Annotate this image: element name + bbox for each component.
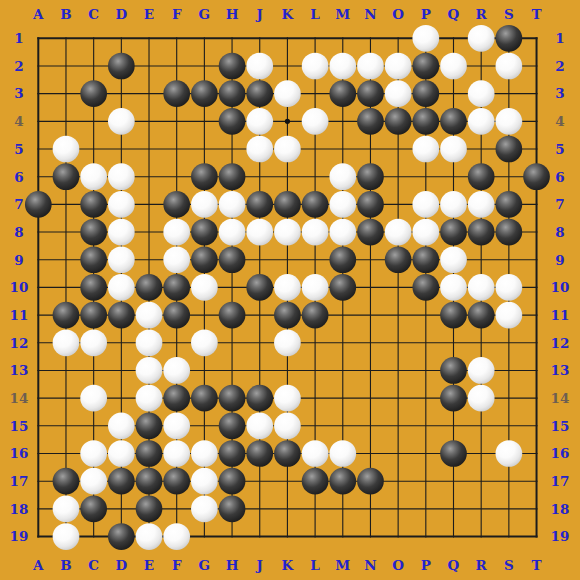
black-stone-P10[interactable] (412, 274, 439, 301)
white-stone-K8[interactable] (274, 219, 301, 246)
row-label-right-14: 14 (551, 390, 570, 406)
white-stone-D10[interactable] (108, 274, 135, 301)
white-stone-J15[interactable] (246, 412, 273, 439)
white-stone-O8[interactable] (385, 219, 412, 246)
black-stone-C7[interactable] (80, 191, 107, 218)
col-label-bottom-P: P (421, 557, 431, 573)
white-stone-H8[interactable] (219, 219, 246, 246)
black-stone-K7[interactable] (274, 191, 301, 218)
row-label-left-14: 14 (10, 390, 29, 406)
black-stone-F14[interactable] (163, 385, 190, 412)
black-stone-J14[interactable] (246, 385, 273, 412)
white-stone-G12[interactable] (191, 329, 218, 356)
white-stone-E19[interactable] (136, 523, 163, 550)
white-stone-L16[interactable] (302, 440, 329, 467)
col-label-top-S: S (504, 6, 514, 22)
row-label-right-5: 5 (555, 141, 564, 157)
col-label-top-M: M (335, 6, 350, 22)
black-stone-D11[interactable] (108, 302, 135, 329)
black-stone-B17[interactable] (53, 468, 80, 495)
white-stone-B12[interactable] (53, 329, 80, 356)
black-stone-D17[interactable] (108, 468, 135, 495)
col-label-bottom-K: K (282, 557, 295, 573)
col-label-top-J: J (256, 6, 263, 22)
black-stone-G9[interactable] (191, 246, 218, 273)
black-stone-G14[interactable] (191, 385, 218, 412)
row-label-left-4: 4 (14, 113, 23, 129)
col-label-bottom-J: J (256, 557, 263, 573)
black-stone-H17[interactable] (219, 468, 246, 495)
black-stone-J10[interactable] (246, 274, 273, 301)
black-stone-L17[interactable] (302, 468, 329, 495)
white-stone-D16[interactable] (108, 440, 135, 467)
row-label-right-18: 18 (551, 501, 570, 517)
white-stone-C16[interactable] (80, 440, 107, 467)
row-label-right-11: 11 (551, 307, 570, 323)
black-stone-H2[interactable] (219, 53, 246, 80)
row-label-right-4: 4 (555, 113, 564, 129)
black-stone-N4[interactable] (357, 108, 384, 135)
black-stone-H15[interactable] (219, 412, 246, 439)
black-stone-S1[interactable] (496, 25, 523, 52)
black-stone-H11[interactable] (219, 302, 246, 329)
black-stone-E17[interactable] (136, 468, 163, 495)
white-stone-K12[interactable] (274, 329, 301, 356)
white-stone-Q10[interactable] (440, 274, 467, 301)
col-label-top-C: C (88, 6, 99, 22)
white-stone-R7[interactable] (468, 191, 495, 218)
white-stone-C17[interactable] (80, 468, 107, 495)
black-stone-S7[interactable] (496, 191, 523, 218)
white-stone-R4[interactable] (468, 108, 495, 135)
white-stone-L10[interactable] (302, 274, 329, 301)
white-stone-P1[interactable] (412, 25, 439, 52)
white-stone-F16[interactable] (163, 440, 190, 467)
black-stone-N7[interactable] (357, 191, 384, 218)
black-stone-Q8[interactable] (440, 219, 467, 246)
white-stone-S4[interactable] (496, 108, 523, 135)
white-stone-J5[interactable] (246, 136, 273, 163)
black-stone-K11[interactable] (274, 302, 301, 329)
white-stone-Q7[interactable] (440, 191, 467, 218)
row-label-left-18: 18 (10, 501, 29, 517)
row-label-right-10: 10 (551, 279, 570, 295)
white-stone-L8[interactable] (302, 219, 329, 246)
white-stone-S10[interactable] (496, 274, 523, 301)
col-label-top-B: B (60, 6, 71, 22)
white-stone-Q9[interactable] (440, 246, 467, 273)
black-stone-S8[interactable] (496, 219, 523, 246)
white-stone-R3[interactable] (468, 80, 495, 107)
black-stone-J7[interactable] (246, 191, 273, 218)
black-stone-Q14[interactable] (440, 385, 467, 412)
col-label-top-E: E (144, 6, 154, 22)
white-stone-S16[interactable] (496, 440, 523, 467)
row-label-right-12: 12 (551, 335, 570, 351)
black-stone-C3[interactable] (80, 80, 107, 107)
black-stone-L7[interactable] (302, 191, 329, 218)
black-stone-G8[interactable] (191, 219, 218, 246)
white-stone-K5[interactable] (274, 136, 301, 163)
white-stone-B18[interactable] (53, 496, 80, 523)
white-stone-E11[interactable] (136, 302, 163, 329)
white-stone-C14[interactable] (80, 385, 107, 412)
black-stone-Q4[interactable] (440, 108, 467, 135)
black-stone-Q13[interactable] (440, 357, 467, 384)
col-label-top-P: P (421, 6, 431, 22)
white-stone-G10[interactable] (191, 274, 218, 301)
white-stone-L4[interactable] (302, 108, 329, 135)
row-label-left-2: 2 (14, 58, 23, 74)
white-stone-F8[interactable] (163, 219, 190, 246)
black-stone-M3[interactable] (329, 80, 356, 107)
white-stone-B5[interactable] (53, 136, 80, 163)
black-stone-J16[interactable] (246, 440, 273, 467)
row-label-right-8: 8 (555, 224, 564, 240)
white-stone-M16[interactable] (329, 440, 356, 467)
white-stone-M2[interactable] (329, 53, 356, 80)
white-stone-C12[interactable] (80, 329, 107, 356)
row-label-left-10: 10 (10, 279, 29, 295)
col-label-bottom-Q: Q (448, 557, 460, 573)
col-label-top-L: L (310, 6, 320, 22)
black-stone-E18[interactable] (136, 496, 163, 523)
white-stone-S11[interactable] (496, 302, 523, 329)
black-stone-K16[interactable] (274, 440, 301, 467)
col-label-top-T: T (532, 6, 542, 22)
row-label-left-6: 6 (14, 169, 23, 185)
star-point-K4 (285, 119, 290, 124)
black-stone-H4[interactable] (219, 108, 246, 135)
black-stone-P3[interactable] (412, 80, 439, 107)
col-label-bottom-S: S (504, 557, 514, 573)
white-stone-D6[interactable] (108, 163, 135, 190)
white-stone-K10[interactable] (274, 274, 301, 301)
white-stone-F15[interactable] (163, 412, 190, 439)
black-stone-O4[interactable] (385, 108, 412, 135)
row-label-right-16: 16 (551, 445, 570, 461)
row-label-left-16: 16 (10, 445, 29, 461)
black-stone-T6[interactable] (523, 163, 550, 190)
black-stone-Q11[interactable] (440, 302, 467, 329)
black-stone-P4[interactable] (412, 108, 439, 135)
black-stone-H14[interactable] (219, 385, 246, 412)
black-stone-F10[interactable] (163, 274, 190, 301)
white-stone-P8[interactable] (412, 219, 439, 246)
black-stone-N8[interactable] (357, 219, 384, 246)
white-stone-M7[interactable] (329, 191, 356, 218)
white-stone-D15[interactable] (108, 412, 135, 439)
col-label-top-R: R (476, 6, 488, 22)
black-stone-M9[interactable] (329, 246, 356, 273)
col-label-bottom-D: D (115, 557, 127, 573)
black-stone-B11[interactable] (53, 302, 80, 329)
white-stone-K15[interactable] (274, 412, 301, 439)
white-stone-L2[interactable] (302, 53, 329, 80)
white-stone-B19[interactable] (53, 523, 80, 550)
col-label-bottom-T: T (532, 557, 542, 573)
white-stone-R10[interactable] (468, 274, 495, 301)
white-stone-F13[interactable] (163, 357, 190, 384)
col-label-bottom-O: O (392, 557, 404, 573)
black-stone-C9[interactable] (80, 246, 107, 273)
col-label-bottom-F: F (172, 557, 182, 573)
col-label-top-N: N (364, 6, 376, 22)
black-stone-H9[interactable] (219, 246, 246, 273)
black-stone-C11[interactable] (80, 302, 107, 329)
row-label-right-9: 9 (555, 252, 564, 268)
black-stone-D2[interactable] (108, 53, 135, 80)
black-stone-H6[interactable] (219, 163, 246, 190)
col-label-bottom-H: H (226, 557, 239, 573)
white-stone-K14[interactable] (274, 385, 301, 412)
col-label-bottom-R: R (476, 557, 488, 573)
row-label-right-13: 13 (551, 362, 570, 378)
row-label-left-13: 13 (10, 362, 29, 378)
col-label-top-D: D (115, 6, 127, 22)
black-stone-N6[interactable] (357, 163, 384, 190)
col-label-bottom-E: E (144, 557, 154, 573)
white-stone-H7[interactable] (219, 191, 246, 218)
black-stone-G3[interactable] (191, 80, 218, 107)
white-stone-F9[interactable] (163, 246, 190, 273)
col-label-top-H: H (226, 6, 239, 22)
black-stone-Q16[interactable] (440, 440, 467, 467)
black-stone-C10[interactable] (80, 274, 107, 301)
row-label-right-7: 7 (555, 196, 564, 212)
col-label-top-F: F (172, 6, 182, 22)
col-label-top-G: G (199, 6, 211, 22)
row-label-left-1: 1 (14, 30, 23, 46)
black-stone-N17[interactable] (357, 468, 384, 495)
col-label-bottom-B: B (60, 557, 71, 573)
black-stone-R11[interactable] (468, 302, 495, 329)
white-stone-R14[interactable] (468, 385, 495, 412)
white-stone-N2[interactable] (357, 53, 384, 80)
white-stone-R1[interactable] (468, 25, 495, 52)
black-stone-G6[interactable] (191, 163, 218, 190)
row-label-right-3: 3 (555, 85, 564, 101)
black-stone-J3[interactable] (246, 80, 273, 107)
black-stone-P9[interactable] (412, 246, 439, 273)
black-stone-A7[interactable] (25, 191, 52, 218)
white-stone-D4[interactable] (108, 108, 135, 135)
white-stone-O2[interactable] (385, 53, 412, 80)
white-stone-P7[interactable] (412, 191, 439, 218)
black-stone-S5[interactable] (496, 136, 523, 163)
black-stone-E15[interactable] (136, 412, 163, 439)
col-label-top-Q: Q (448, 6, 460, 22)
black-stone-O9[interactable] (385, 246, 412, 273)
black-stone-R8[interactable] (468, 219, 495, 246)
row-label-right-1: 1 (555, 30, 564, 46)
row-label-left-7: 7 (14, 196, 23, 212)
col-label-bottom-C: C (88, 557, 99, 573)
white-stone-J4[interactable] (246, 108, 273, 135)
black-stone-L11[interactable] (302, 302, 329, 329)
black-stone-D19[interactable] (108, 523, 135, 550)
row-label-left-15: 15 (10, 418, 29, 434)
white-stone-Q5[interactable] (440, 136, 467, 163)
col-label-bottom-A: A (32, 557, 44, 573)
row-label-left-19: 19 (10, 528, 29, 544)
col-label-top-K: K (282, 6, 295, 22)
black-stone-F11[interactable] (163, 302, 190, 329)
row-label-left-12: 12 (10, 335, 29, 351)
black-stone-M10[interactable] (329, 274, 356, 301)
black-stone-C8[interactable] (80, 219, 107, 246)
white-stone-R13[interactable] (468, 357, 495, 384)
black-stone-H18[interactable] (219, 496, 246, 523)
row-label-right-6: 6 (555, 169, 564, 185)
white-stone-P5[interactable] (412, 136, 439, 163)
col-label-bottom-G: G (199, 557, 211, 573)
row-label-right-15: 15 (551, 418, 570, 434)
go-board[interactable]: AABBCCDDEEFFGGHHJJKKLLMMNNOOPPQQRRSSTT11… (0, 0, 580, 580)
black-stone-E16[interactable] (136, 440, 163, 467)
white-stone-D7[interactable] (108, 191, 135, 218)
row-label-right-17: 17 (551, 473, 570, 489)
go-board-app: AABBCCDDEEFFGGHHJJKKLLMMNNOOPPQQRRSSTT11… (0, 0, 580, 580)
white-stone-S2[interactable] (496, 53, 523, 80)
row-label-left-9: 9 (14, 252, 23, 268)
black-stone-P2[interactable] (412, 53, 439, 80)
row-label-left-3: 3 (14, 85, 23, 101)
black-stone-F17[interactable] (163, 468, 190, 495)
col-label-bottom-N: N (364, 557, 376, 573)
black-stone-R6[interactable] (468, 163, 495, 190)
black-stone-H3[interactable] (219, 80, 246, 107)
white-stone-D8[interactable] (108, 219, 135, 246)
white-stone-J2[interactable] (246, 53, 273, 80)
black-stone-F3[interactable] (163, 80, 190, 107)
black-stone-M17[interactable] (329, 468, 356, 495)
white-stone-G18[interactable] (191, 496, 218, 523)
white-stone-G16[interactable] (191, 440, 218, 467)
row-label-left-5: 5 (14, 141, 23, 157)
row-label-left-8: 8 (14, 224, 23, 240)
white-stone-E13[interactable] (136, 357, 163, 384)
row-label-right-2: 2 (555, 58, 564, 74)
white-stone-E12[interactable] (136, 329, 163, 356)
black-stone-B6[interactable] (53, 163, 80, 190)
black-stone-C18[interactable] (80, 496, 107, 523)
white-stone-K3[interactable] (274, 80, 301, 107)
col-label-bottom-L: L (310, 557, 320, 573)
white-stone-C6[interactable] (80, 163, 107, 190)
white-stone-G7[interactable] (191, 191, 218, 218)
row-label-left-17: 17 (10, 473, 29, 489)
white-stone-E14[interactable] (136, 385, 163, 412)
black-stone-F7[interactable] (163, 191, 190, 218)
row-label-left-11: 11 (10, 307, 29, 323)
white-stone-O3[interactable] (385, 80, 412, 107)
black-stone-H16[interactable] (219, 440, 246, 467)
white-stone-M8[interactable] (329, 219, 356, 246)
white-stone-J8[interactable] (246, 219, 273, 246)
white-stone-M6[interactable] (329, 163, 356, 190)
white-stone-Q2[interactable] (440, 53, 467, 80)
white-stone-D9[interactable] (108, 246, 135, 273)
col-label-top-A: A (32, 6, 44, 22)
white-stone-F19[interactable] (163, 523, 190, 550)
black-stone-E10[interactable] (136, 274, 163, 301)
col-label-top-O: O (392, 6, 404, 22)
col-label-bottom-M: M (335, 557, 350, 573)
white-stone-G17[interactable] (191, 468, 218, 495)
row-label-right-19: 19 (551, 528, 570, 544)
black-stone-N3[interactable] (357, 80, 384, 107)
